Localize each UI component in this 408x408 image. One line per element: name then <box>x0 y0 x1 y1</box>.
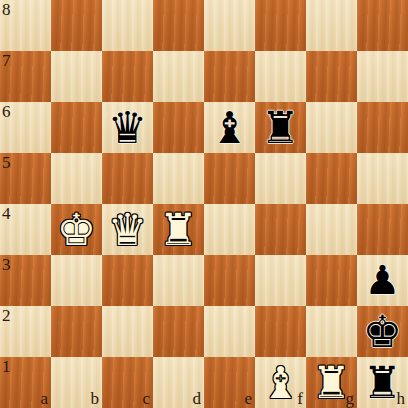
square-d4[interactable]: ♜ <box>153 204 204 255</box>
square-f8[interactable] <box>255 0 306 51</box>
file-label-a: a <box>40 390 48 407</box>
square-h1[interactable]: h♜ <box>357 357 408 408</box>
rank-label-4: 4 <box>2 205 11 222</box>
piece-white-king[interactable]: ♚ <box>57 204 96 255</box>
square-c1[interactable]: c <box>102 357 153 408</box>
piece-white-rook[interactable]: ♜ <box>312 357 351 408</box>
piece-black-rook[interactable]: ♜ <box>363 357 402 408</box>
rank-label-1: 1 <box>2 358 11 375</box>
square-c4[interactable]: ♛ <box>102 204 153 255</box>
rank-label-8: 8 <box>2 1 11 18</box>
piece-black-pawn[interactable]: ♟ <box>365 255 401 306</box>
square-c7[interactable] <box>102 51 153 102</box>
square-f2[interactable] <box>255 306 306 357</box>
square-g7[interactable] <box>306 51 357 102</box>
square-c8[interactable] <box>102 0 153 51</box>
square-g3[interactable] <box>306 255 357 306</box>
file-label-d: d <box>193 390 202 407</box>
file-label-c: c <box>142 390 150 407</box>
square-b7[interactable] <box>51 51 102 102</box>
square-b2[interactable] <box>51 306 102 357</box>
square-a6[interactable]: 6 <box>0 102 51 153</box>
square-a3[interactable]: 3 <box>0 255 51 306</box>
square-h6[interactable] <box>357 102 408 153</box>
square-g5[interactable] <box>306 153 357 204</box>
square-b6[interactable] <box>51 102 102 153</box>
file-label-e: e <box>244 390 252 407</box>
square-e1[interactable]: e <box>204 357 255 408</box>
piece-black-queen[interactable]: ♛ <box>108 102 147 153</box>
square-d6[interactable] <box>153 102 204 153</box>
square-e7[interactable] <box>204 51 255 102</box>
square-f4[interactable] <box>255 204 306 255</box>
square-f7[interactable] <box>255 51 306 102</box>
square-h8[interactable] <box>357 0 408 51</box>
square-c2[interactable] <box>102 306 153 357</box>
piece-black-king[interactable]: ♚ <box>363 306 402 357</box>
square-d8[interactable] <box>153 0 204 51</box>
square-h5[interactable] <box>357 153 408 204</box>
square-g2[interactable] <box>306 306 357 357</box>
piece-white-rook[interactable]: ♜ <box>159 204 198 255</box>
square-g4[interactable] <box>306 204 357 255</box>
square-b5[interactable] <box>51 153 102 204</box>
square-h3[interactable]: ♟ <box>357 255 408 306</box>
square-c3[interactable] <box>102 255 153 306</box>
square-f3[interactable] <box>255 255 306 306</box>
square-f1[interactable]: f♝ <box>255 357 306 408</box>
square-f6[interactable]: ♜ <box>255 102 306 153</box>
square-e3[interactable] <box>204 255 255 306</box>
square-g6[interactable] <box>306 102 357 153</box>
square-b4[interactable]: ♚ <box>51 204 102 255</box>
rank-label-7: 7 <box>2 52 11 69</box>
square-b8[interactable] <box>51 0 102 51</box>
square-g1[interactable]: g♜ <box>306 357 357 408</box>
square-c5[interactable] <box>102 153 153 204</box>
square-h7[interactable] <box>357 51 408 102</box>
piece-black-bishop[interactable]: ♝ <box>210 102 249 153</box>
square-b3[interactable] <box>51 255 102 306</box>
square-c6[interactable]: ♛ <box>102 102 153 153</box>
piece-white-bishop[interactable]: ♝ <box>261 357 300 408</box>
square-b1[interactable]: b <box>51 357 102 408</box>
square-h2[interactable]: ♚ <box>357 306 408 357</box>
square-a4[interactable]: 4 <box>0 204 51 255</box>
rank-label-5: 5 <box>2 154 11 171</box>
square-e6[interactable]: ♝ <box>204 102 255 153</box>
square-a5[interactable]: 5 <box>0 153 51 204</box>
square-e2[interactable] <box>204 306 255 357</box>
rank-label-2: 2 <box>2 307 11 324</box>
square-d7[interactable] <box>153 51 204 102</box>
square-a2[interactable]: 2 <box>0 306 51 357</box>
piece-black-rook[interactable]: ♜ <box>261 102 300 153</box>
square-g8[interactable] <box>306 0 357 51</box>
rank-label-6: 6 <box>2 103 11 120</box>
square-d2[interactable] <box>153 306 204 357</box>
square-a1[interactable]: 1a <box>0 357 51 408</box>
square-e4[interactable] <box>204 204 255 255</box>
square-d1[interactable]: d <box>153 357 204 408</box>
square-d5[interactable] <box>153 153 204 204</box>
square-a8[interactable]: 8 <box>0 0 51 51</box>
square-a7[interactable]: 7 <box>0 51 51 102</box>
piece-white-queen[interactable]: ♛ <box>108 204 147 255</box>
square-h4[interactable] <box>357 204 408 255</box>
file-label-b: b <box>91 390 100 407</box>
square-d3[interactable] <box>153 255 204 306</box>
square-e8[interactable] <box>204 0 255 51</box>
chess-board: 876♛♝♜54♚♛♜3♟2♚1abcdef♝g♜h♜ <box>0 0 408 408</box>
square-e5[interactable] <box>204 153 255 204</box>
square-f5[interactable] <box>255 153 306 204</box>
rank-label-3: 3 <box>2 256 11 273</box>
